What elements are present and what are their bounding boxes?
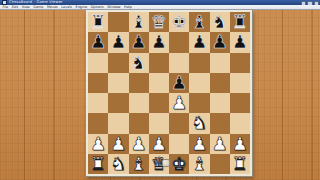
piece-black-rook[interactable]: ♜ xyxy=(230,12,250,32)
square-e7[interactable] xyxy=(169,32,189,52)
piece-white-rook[interactable]: ♜ xyxy=(88,154,108,174)
piece-white-king[interactable]: ♚ xyxy=(169,154,189,174)
piece-white-pawn[interactable]: ♟ xyxy=(108,134,128,154)
piece-white-pawn[interactable]: ♟ xyxy=(88,134,108,154)
piece-black-pawn[interactable]: ♟ xyxy=(149,32,169,52)
square-d5[interactable] xyxy=(149,73,169,93)
menu-item-window[interactable]: Window xyxy=(107,5,120,9)
chess-board-frame: ♜♝♛♚♝♞♜♟♟♟♟♟♟♟♞♟♟♞♟♟♟♟♟♟♟♜♞♝♛♚♝♜ xyxy=(86,10,253,177)
square-a8[interactable]: ♜ xyxy=(88,12,108,32)
piece-black-pawn[interactable]: ♟ xyxy=(210,32,230,52)
square-g1[interactable] xyxy=(210,154,230,174)
piece-black-pawn[interactable]: ♟ xyxy=(129,32,149,52)
square-g7[interactable]: ♟ xyxy=(210,32,230,52)
square-d2[interactable]: ♟ xyxy=(149,134,169,154)
piece-black-knight[interactable]: ♞ xyxy=(210,12,230,32)
square-f8[interactable]: ♝ xyxy=(189,12,209,32)
square-a7[interactable]: ♟ xyxy=(88,32,108,52)
piece-black-rook[interactable]: ♜ xyxy=(88,12,108,32)
square-b5[interactable] xyxy=(108,73,128,93)
square-d6[interactable] xyxy=(149,53,169,73)
chess-app-screen: ChessBoard - Game Viewer FileEditViewGam… xyxy=(0,0,320,180)
square-e2[interactable] xyxy=(169,134,189,154)
square-f7[interactable]: ♟ xyxy=(189,32,209,52)
square-c3[interactable] xyxy=(129,113,149,133)
square-b2[interactable]: ♟ xyxy=(108,134,128,154)
square-c4[interactable] xyxy=(129,93,149,113)
piece-white-pawn[interactable]: ♟ xyxy=(169,93,189,113)
square-f5[interactable] xyxy=(189,73,209,93)
square-f3[interactable]: ♞ xyxy=(189,113,209,133)
square-c1[interactable]: ♝ xyxy=(129,154,149,174)
square-c6[interactable]: ♞ xyxy=(129,53,149,73)
square-h4[interactable] xyxy=(230,93,250,113)
piece-black-pawn[interactable]: ♟ xyxy=(189,32,209,52)
menu-item-engine[interactable]: Engine xyxy=(76,5,88,9)
square-c7[interactable]: ♟ xyxy=(129,32,149,52)
menu-item-edit[interactable]: Edit xyxy=(12,5,19,9)
square-b8[interactable] xyxy=(108,12,128,32)
square-b4[interactable] xyxy=(108,93,128,113)
menu-item-options[interactable]: Options xyxy=(91,5,104,9)
piece-white-rook[interactable]: ♜ xyxy=(230,154,250,174)
square-a6[interactable] xyxy=(88,53,108,73)
piece-white-pawn[interactable]: ♟ xyxy=(210,134,230,154)
resize-grip[interactable] xyxy=(162,159,170,167)
chess-board[interactable]: ♜♝♛♚♝♞♜♟♟♟♟♟♟♟♞♟♟♞♟♟♟♟♟♟♟♜♞♝♛♚♝♜ xyxy=(88,12,250,174)
piece-white-knight[interactable]: ♞ xyxy=(189,113,209,133)
piece-black-king[interactable]: ♚ xyxy=(169,12,189,32)
square-b6[interactable] xyxy=(108,53,128,73)
menu-item-levels[interactable]: Levels xyxy=(61,5,72,9)
square-c2[interactable]: ♟ xyxy=(129,134,149,154)
piece-black-bishop[interactable]: ♝ xyxy=(129,12,149,32)
square-e1[interactable]: ♚ xyxy=(169,154,189,174)
square-c8[interactable]: ♝ xyxy=(129,12,149,32)
square-f4[interactable] xyxy=(189,93,209,113)
piece-white-pawn[interactable]: ♟ xyxy=(230,134,250,154)
piece-black-queen[interactable]: ♛ xyxy=(149,12,169,32)
square-g3[interactable] xyxy=(210,113,230,133)
square-e5[interactable]: ♟ xyxy=(169,73,189,93)
square-g5[interactable] xyxy=(210,73,230,93)
square-f6[interactable] xyxy=(189,53,209,73)
square-a5[interactable] xyxy=(88,73,108,93)
square-a4[interactable] xyxy=(88,93,108,113)
square-b7[interactable]: ♟ xyxy=(108,32,128,52)
square-g4[interactable] xyxy=(210,93,230,113)
square-h8[interactable]: ♜ xyxy=(230,12,250,32)
square-d4[interactable] xyxy=(149,93,169,113)
square-h3[interactable] xyxy=(230,113,250,133)
square-h6[interactable] xyxy=(230,53,250,73)
menu-item-help[interactable]: Help xyxy=(124,5,132,9)
square-e8[interactable]: ♚ xyxy=(169,12,189,32)
piece-white-bishop[interactable]: ♝ xyxy=(129,154,149,174)
square-b1[interactable]: ♞ xyxy=(108,154,128,174)
square-b3[interactable] xyxy=(108,113,128,133)
menu-item-file[interactable]: File xyxy=(3,5,9,9)
square-g2[interactable]: ♟ xyxy=(210,134,230,154)
square-a3[interactable] xyxy=(88,113,108,133)
piece-white-bishop[interactable]: ♝ xyxy=(189,154,209,174)
piece-black-knight[interactable]: ♞ xyxy=(129,53,149,73)
piece-black-bishop[interactable]: ♝ xyxy=(189,12,209,32)
square-d8[interactable]: ♛ xyxy=(149,12,169,32)
square-h5[interactable] xyxy=(230,73,250,93)
menu-item-view[interactable]: View xyxy=(22,5,30,9)
square-e6[interactable] xyxy=(169,53,189,73)
square-f2[interactable]: ♟ xyxy=(189,134,209,154)
piece-black-pawn[interactable]: ♟ xyxy=(230,32,250,52)
square-e4[interactable]: ♟ xyxy=(169,93,189,113)
square-d7[interactable]: ♟ xyxy=(149,32,169,52)
square-a2[interactable]: ♟ xyxy=(88,134,108,154)
square-g6[interactable] xyxy=(210,53,230,73)
square-h7[interactable]: ♟ xyxy=(230,32,250,52)
square-a1[interactable]: ♜ xyxy=(88,154,108,174)
square-f1[interactable]: ♝ xyxy=(189,154,209,174)
piece-white-pawn[interactable]: ♟ xyxy=(189,134,209,154)
piece-white-knight[interactable]: ♞ xyxy=(108,154,128,174)
piece-white-pawn[interactable]: ♟ xyxy=(129,134,149,154)
square-e3[interactable] xyxy=(169,113,189,133)
piece-black-pawn[interactable]: ♟ xyxy=(108,32,128,52)
square-g8[interactable]: ♞ xyxy=(210,12,230,32)
piece-black-pawn[interactable]: ♟ xyxy=(88,32,108,52)
menu-item-moves[interactable]: Moves xyxy=(47,5,58,9)
menu-bar: FileEditViewGameMovesLevelsEngineOptions… xyxy=(0,5,320,10)
piece-white-pawn[interactable]: ♟ xyxy=(149,134,169,154)
square-c5[interactable] xyxy=(129,73,149,93)
menu-item-game[interactable]: Game xyxy=(33,5,43,9)
square-h1[interactable]: ♜ xyxy=(230,154,250,174)
piece-black-pawn[interactable]: ♟ xyxy=(169,73,189,93)
square-h2[interactable]: ♟ xyxy=(230,134,250,154)
square-d3[interactable] xyxy=(149,113,169,133)
